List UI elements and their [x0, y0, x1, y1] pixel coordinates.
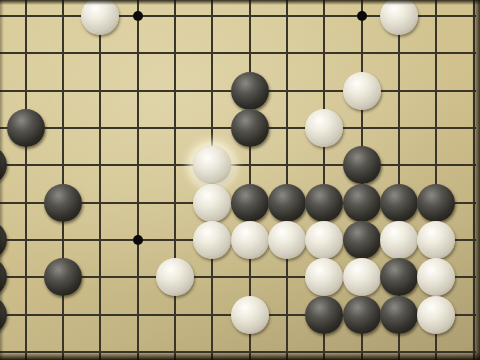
black-stone [231, 109, 269, 147]
go-app-screen [0, 0, 480, 360]
star-point-icon [357, 11, 367, 21]
white-stone [193, 184, 231, 222]
white-stone [380, 221, 418, 259]
black-stone [343, 146, 381, 184]
black-stone [231, 184, 269, 222]
black-stone [343, 296, 381, 334]
white-stone [231, 221, 269, 259]
white-stone [343, 258, 381, 296]
black-stone [268, 184, 306, 222]
star-point-icon [133, 235, 143, 245]
black-stone [44, 184, 82, 222]
star-point-icon [133, 11, 143, 21]
white-stone [268, 221, 306, 259]
black-stone [380, 184, 418, 222]
grid-line-horizontal [0, 164, 476, 166]
white-stone [417, 296, 455, 334]
black-stone [305, 184, 343, 222]
black-stone [231, 72, 269, 110]
black-stone [305, 296, 343, 334]
black-stone [343, 221, 381, 259]
black-stone [343, 184, 381, 222]
white-stone [343, 72, 381, 110]
black-stone [380, 296, 418, 334]
grid-line-horizontal [0, 351, 476, 353]
grid-line-horizontal [0, 52, 476, 54]
white-stone [231, 296, 269, 334]
black-stone [417, 184, 455, 222]
black-stone [7, 109, 45, 147]
